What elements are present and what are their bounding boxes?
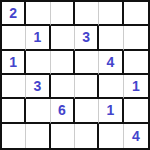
cell-r3c2[interactable] <box>26 51 50 75</box>
cell-r5c3[interactable]: 6 <box>51 99 75 123</box>
cell-r1c5[interactable] <box>99 2 123 26</box>
cell-r1c3[interactable] <box>51 2 75 26</box>
given-digit: 1 <box>34 30 42 44</box>
given-digit: 1 <box>107 103 115 117</box>
cell-r3c3[interactable] <box>51 51 75 75</box>
cell-r5c4[interactable] <box>75 99 99 123</box>
cell-r5c2[interactable] <box>26 99 50 123</box>
cell-r3c5[interactable]: 4 <box>99 51 123 75</box>
cell-r1c1[interactable]: 2 <box>2 2 26 26</box>
given-digit: 4 <box>132 129 140 143</box>
cell-r5c5[interactable]: 1 <box>99 99 123 123</box>
given-digit: 1 <box>132 79 140 93</box>
cell-r2c1[interactable] <box>2 26 26 50</box>
cell-r4c5[interactable] <box>99 75 123 99</box>
cell-r2c6[interactable] <box>124 26 148 50</box>
cell-r1c4[interactable] <box>75 2 99 26</box>
given-digit: 3 <box>34 79 42 93</box>
cell-r4c3[interactable] <box>51 75 75 99</box>
cell-r4c4[interactable] <box>75 75 99 99</box>
cell-r1c6[interactable] <box>124 2 148 26</box>
cell-r2c4[interactable]: 3 <box>75 26 99 50</box>
given-digit: 4 <box>107 55 115 69</box>
cell-r3c1[interactable]: 1 <box>2 51 26 75</box>
cell-r4c1[interactable] <box>2 75 26 99</box>
cell-r4c6[interactable]: 1 <box>124 75 148 99</box>
cell-r6c4[interactable] <box>75 124 99 148</box>
cell-r2c5[interactable] <box>99 26 123 50</box>
cell-r3c6[interactable] <box>124 51 148 75</box>
cell-r5c6[interactable] <box>124 99 148 123</box>
cell-r6c2[interactable] <box>26 124 50 148</box>
given-digit: 6 <box>58 103 66 117</box>
given-digit: 2 <box>9 6 17 20</box>
cell-r6c6[interactable]: 4 <box>124 124 148 148</box>
cell-r5c1[interactable] <box>2 99 26 123</box>
cell-r1c2[interactable] <box>26 2 50 26</box>
cell-r2c2[interactable]: 1 <box>26 26 50 50</box>
given-digit: 3 <box>82 30 90 44</box>
cell-r6c3[interactable] <box>51 124 75 148</box>
given-digit: 1 <box>9 55 17 69</box>
puzzle-board: 2131431614 <box>0 0 150 150</box>
cell-r3c4[interactable] <box>75 51 99 75</box>
cell-r4c2[interactable]: 3 <box>26 75 50 99</box>
cell-r6c1[interactable] <box>2 124 26 148</box>
cell-r6c5[interactable] <box>99 124 123 148</box>
cell-r2c3[interactable] <box>51 26 75 50</box>
